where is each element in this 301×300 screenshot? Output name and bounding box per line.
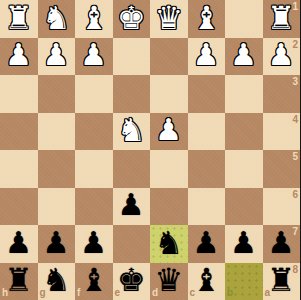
square-a5[interactable]: 5 (263, 150, 301, 188)
square-g8[interactable]: ♞g (38, 263, 76, 300)
white-pawn[interactable]: ♟ (268, 40, 295, 70)
square-h1[interactable]: ♜ (0, 0, 38, 38)
square-g3[interactable] (38, 75, 76, 113)
square-g1[interactable]: ♞ (38, 0, 76, 38)
white-rook[interactable]: ♜ (4, 2, 33, 34)
square-f6[interactable] (75, 188, 113, 226)
white-pawn[interactable]: ♟ (80, 40, 107, 70)
square-d5[interactable] (150, 150, 188, 188)
square-g7[interactable]: ♟ (38, 225, 76, 263)
square-b8[interactable]: b (225, 263, 263, 300)
square-d8[interactable]: ♛d (150, 263, 188, 300)
chess-board: ♜♞♝♚♛♝♜1♟♟♟♟♟♟23♞♟45♟6♟♟♟♞♟♟♟7♜h♞g♝f♚e♛d… (0, 0, 300, 300)
coord-file-f: f (77, 288, 80, 298)
coord-rank-4: 4 (292, 115, 298, 125)
black-bishop[interactable]: ♝ (79, 264, 108, 296)
square-d3[interactable] (150, 75, 188, 113)
square-b6[interactable] (225, 188, 263, 226)
square-b4[interactable] (225, 113, 263, 151)
black-pawn[interactable]: ♟ (5, 228, 32, 258)
square-h3[interactable] (0, 75, 38, 113)
black-knight[interactable]: ♞ (42, 264, 71, 296)
square-b1[interactable] (225, 0, 263, 38)
black-king[interactable]: ♚ (117, 264, 146, 296)
white-bishop[interactable]: ♝ (79, 2, 108, 34)
black-pawn[interactable]: ♟ (43, 228, 70, 258)
white-pawn[interactable]: ♟ (43, 40, 70, 70)
square-b3[interactable] (225, 75, 263, 113)
square-b2[interactable]: ♟ (225, 38, 263, 76)
square-a8[interactable]: ♜8a (263, 263, 301, 300)
square-c6[interactable] (188, 188, 226, 226)
black-pawn[interactable]: ♟ (230, 228, 257, 258)
black-rook[interactable]: ♜ (4, 264, 33, 296)
white-knight[interactable]: ♞ (117, 114, 146, 146)
square-f2[interactable]: ♟ (75, 38, 113, 76)
black-bishop[interactable]: ♝ (192, 264, 221, 296)
square-h7[interactable]: ♟ (0, 225, 38, 263)
square-g2[interactable]: ♟ (38, 38, 76, 76)
square-c1[interactable]: ♝ (188, 0, 226, 38)
coord-rank-2: 2 (292, 40, 298, 50)
square-e7[interactable] (113, 225, 151, 263)
square-c5[interactable] (188, 150, 226, 188)
square-f3[interactable] (75, 75, 113, 113)
square-h6[interactable] (0, 188, 38, 226)
white-pawn[interactable]: ♟ (155, 115, 182, 145)
square-c3[interactable] (188, 75, 226, 113)
square-d6[interactable] (150, 188, 188, 226)
black-rook[interactable]: ♜ (267, 264, 296, 296)
square-a7[interactable]: ♟7 (263, 225, 301, 263)
coord-file-c: c (190, 288, 196, 298)
coord-rank-6: 6 (292, 190, 298, 200)
square-d2[interactable] (150, 38, 188, 76)
black-pawn[interactable]: ♟ (80, 228, 107, 258)
square-e2[interactable] (113, 38, 151, 76)
square-c4[interactable] (188, 113, 226, 151)
square-d1[interactable]: ♛ (150, 0, 188, 38)
coord-rank-1: 1 (292, 2, 298, 12)
square-f4[interactable] (75, 113, 113, 151)
black-pawn[interactable]: ♟ (193, 228, 220, 258)
square-d4[interactable]: ♟ (150, 113, 188, 151)
coord-file-g: g (40, 288, 46, 298)
white-queen[interactable]: ♛ (154, 2, 183, 34)
square-e6[interactable]: ♟ (113, 188, 151, 226)
coord-rank-5: 5 (292, 152, 298, 162)
square-e1[interactable]: ♚ (113, 0, 151, 38)
coord-file-d: d (152, 288, 158, 298)
square-f5[interactable] (75, 150, 113, 188)
square-c2[interactable]: ♟ (188, 38, 226, 76)
white-knight[interactable]: ♞ (42, 2, 71, 34)
coord-rank-7: 7 (292, 227, 298, 237)
square-e5[interactable] (113, 150, 151, 188)
square-c8[interactable]: ♝c (188, 263, 226, 300)
square-a3[interactable]: 3 (263, 75, 301, 113)
square-a6[interactable]: 6 (263, 188, 301, 226)
white-king[interactable]: ♚ (117, 2, 146, 34)
square-h2[interactable]: ♟ (0, 38, 38, 76)
square-f8[interactable]: ♝f (75, 263, 113, 300)
coord-file-e: e (115, 288, 121, 298)
square-g5[interactable] (38, 150, 76, 188)
coord-file-a: a (265, 288, 271, 298)
square-f7[interactable]: ♟ (75, 225, 113, 263)
square-g6[interactable] (38, 188, 76, 226)
square-a4[interactable]: 4 (263, 113, 301, 151)
black-queen[interactable]: ♛ (154, 264, 183, 296)
coord-file-b: b (227, 288, 233, 298)
square-a2[interactable]: ♟2 (263, 38, 301, 76)
white-pawn[interactable]: ♟ (193, 40, 220, 70)
white-bishop[interactable]: ♝ (192, 2, 221, 34)
square-g4[interactable] (38, 113, 76, 151)
white-pawn[interactable]: ♟ (230, 40, 257, 70)
square-b5[interactable] (225, 150, 263, 188)
coord-rank-8: 8 (292, 265, 298, 275)
square-h5[interactable] (0, 150, 38, 188)
coord-file-h: h (2, 288, 8, 298)
square-d7[interactable]: ♞ (150, 225, 188, 263)
square-e3[interactable] (113, 75, 151, 113)
square-f1[interactable]: ♝ (75, 0, 113, 38)
square-e8[interactable]: ♚e (113, 263, 151, 300)
black-pawn[interactable]: ♟ (118, 190, 145, 220)
square-a1[interactable]: ♜1 (263, 0, 301, 38)
square-c7[interactable]: ♟ (188, 225, 226, 263)
square-h4[interactable] (0, 113, 38, 151)
coord-rank-3: 3 (292, 77, 298, 87)
white-rook[interactable]: ♜ (267, 2, 296, 34)
square-e4[interactable]: ♞ (113, 113, 151, 151)
white-pawn[interactable]: ♟ (5, 40, 32, 70)
square-b7[interactable]: ♟ (225, 225, 263, 263)
black-pawn[interactable]: ♟ (268, 228, 295, 258)
square-h8[interactable]: ♜h (0, 263, 38, 300)
black-knight[interactable]: ♞ (154, 227, 183, 259)
